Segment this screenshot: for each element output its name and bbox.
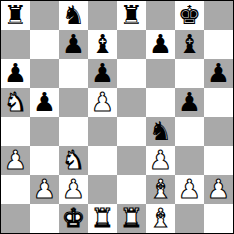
square-f6[interactable]	[146, 59, 175, 88]
piece-black-king: ♚	[178, 1, 201, 30]
chess-board: ♜♞♜♚♟♝♟♝♟♟♟♞♟♟♟♞♟♞♟♟♟♝♟♟♚♜♜♝	[0, 0, 234, 234]
square-g2[interactable]: ♟	[175, 175, 204, 204]
piece-white-knight: ♞	[4, 88, 27, 117]
square-e1[interactable]: ♜	[117, 204, 146, 233]
square-e8[interactable]: ♜	[117, 1, 146, 30]
square-a1[interactable]	[1, 204, 30, 233]
piece-black-pawn: ♟	[91, 59, 114, 88]
piece-white-pawn: ♟	[4, 146, 27, 175]
square-e5[interactable]	[117, 88, 146, 117]
square-h7[interactable]	[204, 30, 233, 59]
piece-black-bishop: ♝	[178, 30, 201, 59]
piece-white-bishop: ♝	[149, 204, 172, 233]
piece-white-rook: ♜	[91, 204, 114, 233]
square-h2[interactable]: ♟	[204, 175, 233, 204]
square-f2[interactable]: ♝	[146, 175, 175, 204]
piece-black-rook: ♜	[120, 1, 143, 30]
piece-black-pawn: ♟	[149, 30, 172, 59]
square-e3[interactable]	[117, 146, 146, 175]
piece-white-pawn: ♟	[207, 175, 230, 204]
square-c8[interactable]: ♞	[59, 1, 88, 30]
piece-black-bishop: ♝	[91, 30, 114, 59]
square-f7[interactable]: ♟	[146, 30, 175, 59]
piece-white-pawn: ♟	[62, 175, 85, 204]
square-g6[interactable]	[175, 59, 204, 88]
square-e7[interactable]	[117, 30, 146, 59]
square-f3[interactable]: ♟	[146, 146, 175, 175]
square-g8[interactable]: ♚	[175, 1, 204, 30]
piece-black-knight: ♞	[62, 1, 85, 30]
square-b8[interactable]	[30, 1, 59, 30]
square-c5[interactable]	[59, 88, 88, 117]
square-d3[interactable]	[88, 146, 117, 175]
piece-black-pawn: ♟	[33, 88, 56, 117]
square-a7[interactable]	[1, 30, 30, 59]
piece-black-pawn: ♟	[62, 30, 85, 59]
square-g4[interactable]	[175, 117, 204, 146]
piece-black-pawn: ♟	[4, 59, 27, 88]
square-c3[interactable]: ♞	[59, 146, 88, 175]
square-b5[interactable]: ♟	[30, 88, 59, 117]
square-d7[interactable]: ♝	[88, 30, 117, 59]
square-e6[interactable]	[117, 59, 146, 88]
square-g7[interactable]: ♝	[175, 30, 204, 59]
square-b2[interactable]: ♟	[30, 175, 59, 204]
square-b6[interactable]	[30, 59, 59, 88]
square-f1[interactable]: ♝	[146, 204, 175, 233]
square-b4[interactable]	[30, 117, 59, 146]
piece-white-pawn: ♟	[33, 175, 56, 204]
square-a3[interactable]: ♟	[1, 146, 30, 175]
square-g1[interactable]	[175, 204, 204, 233]
square-f8[interactable]	[146, 1, 175, 30]
piece-black-knight: ♞	[149, 117, 172, 146]
square-a4[interactable]	[1, 117, 30, 146]
square-a5[interactable]: ♞	[1, 88, 30, 117]
square-h3[interactable]	[204, 146, 233, 175]
square-f4[interactable]: ♞	[146, 117, 175, 146]
square-c1[interactable]: ♚	[59, 204, 88, 233]
square-b7[interactable]	[30, 30, 59, 59]
square-e4[interactable]	[117, 117, 146, 146]
piece-white-pawn: ♟	[178, 175, 201, 204]
piece-black-pawn: ♟	[178, 88, 201, 117]
square-d6[interactable]: ♟	[88, 59, 117, 88]
square-c7[interactable]: ♟	[59, 30, 88, 59]
square-g5[interactable]: ♟	[175, 88, 204, 117]
square-b3[interactable]	[30, 146, 59, 175]
square-c4[interactable]	[59, 117, 88, 146]
square-b1[interactable]	[30, 204, 59, 233]
square-f5[interactable]	[146, 88, 175, 117]
square-d2[interactable]	[88, 175, 117, 204]
piece-white-bishop: ♝	[149, 175, 172, 204]
piece-white-king: ♚	[62, 204, 85, 233]
square-g3[interactable]	[175, 146, 204, 175]
square-a2[interactable]	[1, 175, 30, 204]
square-h6[interactable]: ♟	[204, 59, 233, 88]
piece-white-pawn: ♟	[149, 146, 172, 175]
square-d1[interactable]: ♜	[88, 204, 117, 233]
square-d8[interactable]	[88, 1, 117, 30]
square-d5[interactable]: ♟	[88, 88, 117, 117]
piece-white-pawn: ♟	[91, 88, 114, 117]
square-c6[interactable]	[59, 59, 88, 88]
square-a6[interactable]: ♟	[1, 59, 30, 88]
piece-white-knight: ♞	[62, 146, 85, 175]
square-a8[interactable]: ♜	[1, 1, 30, 30]
square-h5[interactable]	[204, 88, 233, 117]
square-d4[interactable]	[88, 117, 117, 146]
square-h8[interactable]	[204, 1, 233, 30]
square-h1[interactable]	[204, 204, 233, 233]
piece-black-pawn: ♟	[207, 59, 230, 88]
piece-black-rook: ♜	[4, 1, 27, 30]
piece-white-rook: ♜	[120, 204, 143, 233]
square-c2[interactable]: ♟	[59, 175, 88, 204]
square-e2[interactable]	[117, 175, 146, 204]
square-h4[interactable]	[204, 117, 233, 146]
